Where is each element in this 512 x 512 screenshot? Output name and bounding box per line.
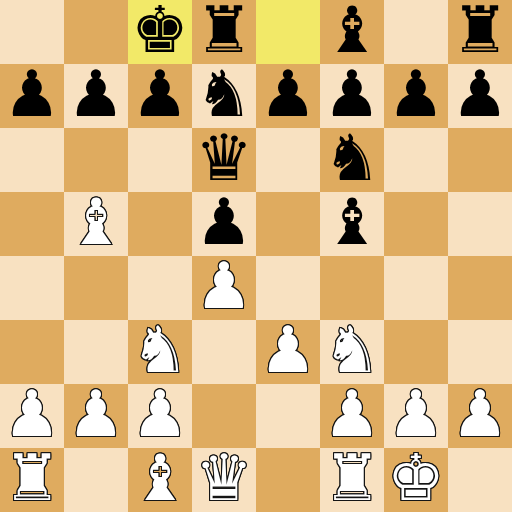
square-b4[interactable] — [64, 256, 128, 320]
square-g7[interactable]: ♟ — [384, 64, 448, 128]
square-d4[interactable]: ♟ — [192, 256, 256, 320]
white-pawn-b2[interactable]: ♟ — [64, 384, 128, 448]
square-e5[interactable] — [256, 192, 320, 256]
black-rook-h8[interactable]: ♜ — [448, 0, 512, 64]
white-pawn-c2[interactable]: ♟ — [128, 384, 192, 448]
square-b8[interactable] — [64, 0, 128, 64]
square-h7[interactable]: ♟ — [448, 64, 512, 128]
square-h6[interactable] — [448, 128, 512, 192]
black-knight-f6[interactable]: ♞ — [320, 128, 384, 192]
black-bishop-f8[interactable]: ♝ — [320, 0, 384, 64]
white-knight-f3[interactable]: ♞ — [320, 320, 384, 384]
black-queen-d6[interactable]: ♛ — [192, 128, 256, 192]
black-pawn-g7[interactable]: ♟ — [384, 64, 448, 128]
square-h5[interactable] — [448, 192, 512, 256]
square-f1[interactable]: ♜ — [320, 448, 384, 512]
black-knight-d7[interactable]: ♞ — [192, 64, 256, 128]
square-a8[interactable] — [0, 0, 64, 64]
square-d3[interactable] — [192, 320, 256, 384]
square-c8[interactable]: ♚ — [128, 0, 192, 64]
square-g5[interactable] — [384, 192, 448, 256]
white-pawn-a2[interactable]: ♟ — [0, 384, 64, 448]
square-d7[interactable]: ♞ — [192, 64, 256, 128]
black-rook-d8[interactable]: ♜ — [192, 0, 256, 64]
black-king-c8[interactable]: ♚ — [128, 0, 192, 64]
white-pawn-g2[interactable]: ♟ — [384, 384, 448, 448]
white-pawn-f2[interactable]: ♟ — [320, 384, 384, 448]
square-e6[interactable] — [256, 128, 320, 192]
square-c5[interactable] — [128, 192, 192, 256]
square-d6[interactable]: ♛ — [192, 128, 256, 192]
square-e1[interactable] — [256, 448, 320, 512]
square-c7[interactable]: ♟ — [128, 64, 192, 128]
square-a7[interactable]: ♟ — [0, 64, 64, 128]
square-c4[interactable] — [128, 256, 192, 320]
square-f7[interactable]: ♟ — [320, 64, 384, 128]
square-b7[interactable]: ♟ — [64, 64, 128, 128]
square-h4[interactable] — [448, 256, 512, 320]
square-g8[interactable] — [384, 0, 448, 64]
square-b6[interactable] — [64, 128, 128, 192]
square-c6[interactable] — [128, 128, 192, 192]
black-pawn-d5[interactable]: ♟ — [192, 192, 256, 256]
square-e2[interactable] — [256, 384, 320, 448]
white-queen-d1[interactable]: ♛ — [192, 448, 256, 512]
square-f8[interactable]: ♝ — [320, 0, 384, 64]
square-f4[interactable] — [320, 256, 384, 320]
black-pawn-h7[interactable]: ♟ — [448, 64, 512, 128]
square-a2[interactable]: ♟ — [0, 384, 64, 448]
square-e3[interactable]: ♟ — [256, 320, 320, 384]
square-b2[interactable]: ♟ — [64, 384, 128, 448]
square-a6[interactable] — [0, 128, 64, 192]
black-pawn-a7[interactable]: ♟ — [0, 64, 64, 128]
white-knight-c3[interactable]: ♞ — [128, 320, 192, 384]
square-f3[interactable]: ♞ — [320, 320, 384, 384]
square-b3[interactable] — [64, 320, 128, 384]
square-c2[interactable]: ♟ — [128, 384, 192, 448]
white-king-g1[interactable]: ♚ — [384, 448, 448, 512]
black-pawn-b7[interactable]: ♟ — [64, 64, 128, 128]
square-d5[interactable]: ♟ — [192, 192, 256, 256]
white-pawn-h2[interactable]: ♟ — [448, 384, 512, 448]
square-g2[interactable]: ♟ — [384, 384, 448, 448]
square-a4[interactable] — [0, 256, 64, 320]
square-e4[interactable] — [256, 256, 320, 320]
square-f2[interactable]: ♟ — [320, 384, 384, 448]
square-d8[interactable]: ♜ — [192, 0, 256, 64]
white-pawn-d4[interactable]: ♟ — [192, 256, 256, 320]
square-g6[interactable] — [384, 128, 448, 192]
square-h2[interactable]: ♟ — [448, 384, 512, 448]
black-pawn-c7[interactable]: ♟ — [128, 64, 192, 128]
square-f5[interactable]: ♝ — [320, 192, 384, 256]
white-rook-a1[interactable]: ♜ — [0, 448, 64, 512]
square-e8[interactable] — [256, 0, 320, 64]
square-b5[interactable]: ♝ — [64, 192, 128, 256]
square-h8[interactable]: ♜ — [448, 0, 512, 64]
square-e7[interactable]: ♟ — [256, 64, 320, 128]
chess-board: ♚♜♝♜♟♟♟♞♟♟♟♟♛♞♝♟♝♟♞♟♞♟♟♟♟♟♟♜♝♛♜♚ — [0, 0, 512, 512]
black-bishop-f5[interactable]: ♝ — [320, 192, 384, 256]
square-c3[interactable]: ♞ — [128, 320, 192, 384]
square-f6[interactable]: ♞ — [320, 128, 384, 192]
square-c1[interactable]: ♝ — [128, 448, 192, 512]
square-g4[interactable] — [384, 256, 448, 320]
black-pawn-e7[interactable]: ♟ — [256, 64, 320, 128]
square-a1[interactable]: ♜ — [0, 448, 64, 512]
white-rook-f1[interactable]: ♜ — [320, 448, 384, 512]
white-pawn-e3[interactable]: ♟ — [256, 320, 320, 384]
square-g3[interactable] — [384, 320, 448, 384]
white-bishop-c1[interactable]: ♝ — [128, 448, 192, 512]
black-pawn-f7[interactable]: ♟ — [320, 64, 384, 128]
square-d2[interactable] — [192, 384, 256, 448]
square-d1[interactable]: ♛ — [192, 448, 256, 512]
square-h1[interactable] — [448, 448, 512, 512]
square-a5[interactable] — [0, 192, 64, 256]
square-b1[interactable] — [64, 448, 128, 512]
square-g1[interactable]: ♚ — [384, 448, 448, 512]
white-bishop-b5[interactable]: ♝ — [64, 192, 128, 256]
square-a3[interactable] — [0, 320, 64, 384]
square-h3[interactable] — [448, 320, 512, 384]
